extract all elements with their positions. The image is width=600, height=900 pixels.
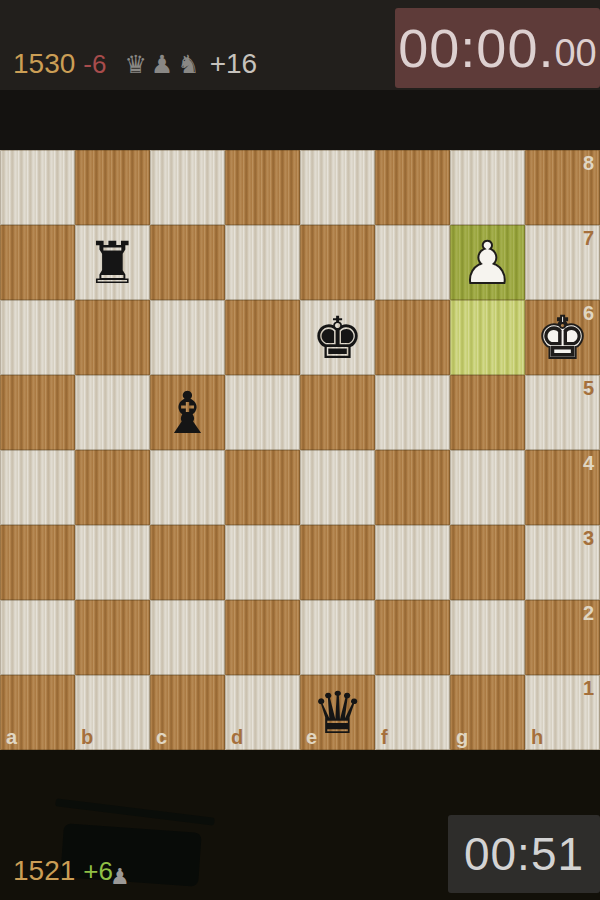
square-h7[interactable]: 7: [525, 225, 600, 300]
square-e2[interactable]: [300, 600, 375, 675]
square-a6[interactable]: [0, 300, 75, 375]
square-e8[interactable]: [300, 150, 375, 225]
top-player-clock: 00:00. 00: [395, 8, 600, 88]
square-c1[interactable]: c: [150, 675, 225, 750]
square-d5[interactable]: [225, 375, 300, 450]
square-a4[interactable]: [0, 450, 75, 525]
square-e7[interactable]: [300, 225, 375, 300]
square-g3[interactable]: [450, 525, 525, 600]
square-e6[interactable]: ♚: [300, 300, 375, 375]
square-h6[interactable]: 6♚: [525, 300, 600, 375]
square-f5[interactable]: [375, 375, 450, 450]
redaction-mark: [55, 798, 215, 825]
rank-label-5: 5: [583, 377, 594, 400]
square-f3[interactable]: [375, 525, 450, 600]
rank-label-2: 2: [583, 602, 594, 625]
black-king[interactable]: ♚: [300, 300, 375, 375]
square-f4[interactable]: [375, 450, 450, 525]
square-e3[interactable]: [300, 525, 375, 600]
square-f6[interactable]: [375, 300, 450, 375]
top-player-rating: 1530: [13, 48, 75, 80]
pawn-captured-icon: ♟: [151, 52, 173, 77]
square-b5[interactable]: [75, 375, 150, 450]
top-clock-centiseconds: 00: [554, 32, 596, 75]
square-b1[interactable]: b: [75, 675, 150, 750]
square-b6[interactable]: [75, 300, 150, 375]
rank-label-1: 1: [583, 677, 594, 700]
square-g7[interactable]: ♟: [450, 225, 525, 300]
square-a1[interactable]: a: [0, 675, 75, 750]
square-d2[interactable]: [225, 600, 300, 675]
knight-captured-icon: ♞: [177, 52, 199, 77]
square-a8[interactable]: [0, 150, 75, 225]
rank-label-8: 8: [583, 152, 594, 175]
bottom-clock-time: 00:51: [464, 827, 584, 881]
square-c3[interactable]: [150, 525, 225, 600]
square-b8[interactable]: [75, 150, 150, 225]
bottom-player-captured-pawn-icon: ♟: [110, 866, 130, 888]
square-g1[interactable]: g: [450, 675, 525, 750]
square-e1[interactable]: e♛: [300, 675, 375, 750]
black-rook[interactable]: ♜: [75, 225, 150, 300]
top-player-info: 1530 -6 ♛♟♞ +16: [13, 48, 257, 80]
square-g5[interactable]: [450, 375, 525, 450]
black-bishop[interactable]: ♝: [150, 375, 225, 450]
square-d4[interactable]: [225, 450, 300, 525]
square-a2[interactable]: [0, 600, 75, 675]
square-h1[interactable]: 1h: [525, 675, 600, 750]
square-e5[interactable]: [300, 375, 375, 450]
white-pawn[interactable]: ♟: [450, 225, 525, 300]
rank-label-7: 7: [583, 227, 594, 250]
square-g4[interactable]: [450, 450, 525, 525]
white-king[interactable]: ♚: [525, 300, 600, 375]
top-clock-time: 00:00.: [398, 17, 554, 79]
square-d3[interactable]: [225, 525, 300, 600]
square-g6[interactable]: [450, 300, 525, 375]
square-g8[interactable]: [450, 150, 525, 225]
square-h2[interactable]: 2: [525, 600, 600, 675]
square-c5[interactable]: ♝: [150, 375, 225, 450]
square-g2[interactable]: [450, 600, 525, 675]
bottom-player-rating: 1521: [13, 855, 75, 887]
square-d1[interactable]: d: [225, 675, 300, 750]
square-b3[interactable]: [75, 525, 150, 600]
square-a5[interactable]: [0, 375, 75, 450]
square-e4[interactable]: [300, 450, 375, 525]
file-label-c: c: [156, 726, 167, 749]
file-label-b: b: [81, 726, 93, 749]
file-label-a: a: [6, 726, 17, 749]
square-a7[interactable]: [0, 225, 75, 300]
header-spacer: [0, 90, 600, 150]
queen-captured-icon: ♛: [124, 52, 146, 77]
square-d8[interactable]: [225, 150, 300, 225]
top-player-captured-pieces: ♛♟♞: [124, 52, 199, 77]
square-f2[interactable]: [375, 600, 450, 675]
bottom-player-info: 1521 +6: [13, 855, 113, 887]
square-f1[interactable]: f: [375, 675, 450, 750]
square-h3[interactable]: 3: [525, 525, 600, 600]
square-c8[interactable]: [150, 150, 225, 225]
file-label-h: h: [531, 726, 543, 749]
square-a3[interactable]: [0, 525, 75, 600]
bottom-player-rating-change: +6: [83, 856, 113, 887]
square-b4[interactable]: [75, 450, 150, 525]
chess-board[interactable]: 8♜♟7♚6♚♝5432abcde♛fg1h: [0, 150, 600, 750]
square-d6[interactable]: [225, 300, 300, 375]
square-h8[interactable]: 8: [525, 150, 600, 225]
square-f7[interactable]: [375, 225, 450, 300]
rank-label-3: 3: [583, 527, 594, 550]
top-player-rating-change: -6: [83, 49, 106, 80]
square-b2[interactable]: [75, 600, 150, 675]
black-queen[interactable]: ♛: [300, 675, 375, 750]
square-c6[interactable]: [150, 300, 225, 375]
square-f8[interactable]: [375, 150, 450, 225]
square-h4[interactable]: 4: [525, 450, 600, 525]
file-label-d: d: [231, 726, 243, 749]
game-screen: 1530 -6 ♛♟♞ +16 00:00. 00 8♜♟7♚6♚♝5432ab…: [0, 0, 600, 900]
square-c4[interactable]: [150, 450, 225, 525]
file-label-f: f: [381, 726, 388, 749]
rank-label-4: 4: [583, 452, 594, 475]
square-c2[interactable]: [150, 600, 225, 675]
square-b7[interactable]: ♜: [75, 225, 150, 300]
square-c7[interactable]: [150, 225, 225, 300]
file-label-g: g: [456, 726, 468, 749]
square-h5[interactable]: 5: [525, 375, 600, 450]
bottom-player-clock: 00:51: [448, 815, 600, 893]
square-d7[interactable]: [225, 225, 300, 300]
top-player-material-advantage: +16: [210, 48, 258, 80]
